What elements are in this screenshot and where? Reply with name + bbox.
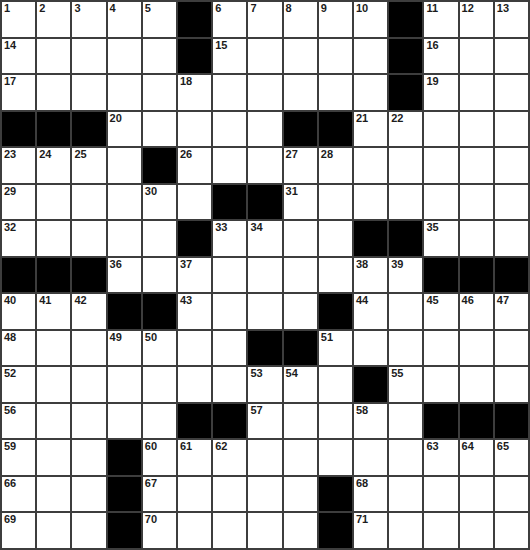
- black-square: [72, 112, 105, 147]
- black-square: [143, 294, 176, 329]
- grid-cell-r6c6[interactable]: [178, 185, 211, 220]
- clue-number: 47: [497, 294, 509, 307]
- grid-cell-r11c12[interactable]: 55: [389, 367, 422, 402]
- grid-cell-r7c15[interactable]: [495, 221, 528, 256]
- clue-number: 52: [4, 367, 16, 380]
- grid-cell-r9c8[interactable]: [248, 294, 281, 329]
- grid-cell-r4c12[interactable]: 22: [389, 112, 422, 147]
- clue-number: 13: [497, 2, 509, 15]
- black-square: [460, 258, 493, 293]
- black-square: [389, 221, 422, 256]
- grid-cell-r12c3[interactable]: [72, 404, 105, 439]
- black-square: [248, 331, 281, 366]
- grid-cell-r3c14[interactable]: [460, 75, 493, 110]
- grid-cell-r7c8[interactable]: 34: [248, 221, 281, 256]
- grid-cell-r12c9[interactable]: [284, 404, 317, 439]
- clue-number: 26: [180, 148, 192, 161]
- clue-number: 2: [39, 2, 45, 15]
- grid-cell-r10c11[interactable]: [354, 331, 387, 366]
- black-square: [389, 75, 422, 110]
- grid-cell-r9c14[interactable]: 46: [460, 294, 493, 329]
- black-square: [108, 294, 141, 329]
- clue-number: 46: [462, 294, 474, 307]
- grid-cell-r10c2[interactable]: [37, 331, 70, 366]
- clue-number: 14: [4, 39, 16, 52]
- black-square: [72, 258, 105, 293]
- clue-number: 53: [250, 367, 262, 380]
- black-square: [37, 258, 70, 293]
- grid-cell-r13c12[interactable]: [389, 440, 422, 475]
- grid-cell-r3c10[interactable]: [319, 75, 352, 110]
- clue-number: 18: [180, 75, 192, 88]
- grid-cell-r10c4[interactable]: 49: [108, 331, 141, 366]
- clue-number: 32: [4, 221, 16, 234]
- clue-number: 59: [4, 440, 16, 453]
- grid-cell-r5c6[interactable]: 26: [178, 148, 211, 183]
- black-square: [178, 221, 211, 256]
- grid-cell-r6c11[interactable]: [354, 185, 387, 220]
- grid-cell-r15c13[interactable]: [424, 513, 457, 548]
- grid-cell-r11c1[interactable]: 52: [2, 367, 35, 402]
- black-square: [178, 2, 211, 37]
- clue-number: 71: [356, 513, 368, 526]
- grid-cell-r9c12[interactable]: [389, 294, 422, 329]
- grid-cell-r15c2[interactable]: [37, 513, 70, 548]
- clue-number: 64: [462, 440, 474, 453]
- black-square: [213, 185, 246, 220]
- grid-cell-r10c6[interactable]: [178, 331, 211, 366]
- clue-number: 31: [286, 185, 298, 198]
- grid-cell-r14c3[interactable]: [72, 477, 105, 512]
- clue-number: 40: [4, 294, 16, 307]
- grid-cell-r11c5[interactable]: [143, 367, 176, 402]
- grid-cell-r8c9[interactable]: [284, 258, 317, 293]
- clue-number: 29: [4, 185, 16, 198]
- grid-cell-r11c3[interactable]: [72, 367, 105, 402]
- grid-cell-r15c3[interactable]: [72, 513, 105, 548]
- grid-cell-r6c5[interactable]: 30: [143, 185, 176, 220]
- grid-cell-r1c8[interactable]: 7: [248, 2, 281, 37]
- grid-cell-r9c6[interactable]: 43: [178, 294, 211, 329]
- grid-cell-r10c1[interactable]: 48: [2, 331, 35, 366]
- grid-cell-r9c9[interactable]: [284, 294, 317, 329]
- grid-cell-r8c8[interactable]: [248, 258, 281, 293]
- clue-number: 28: [321, 148, 333, 161]
- clue-number: 1: [4, 2, 10, 15]
- clue-number: 60: [145, 440, 157, 453]
- clue-number: 23: [4, 148, 16, 161]
- grid-cell-r10c10[interactable]: 51: [319, 331, 352, 366]
- grid-cell-r15c8[interactable]: [248, 513, 281, 548]
- clue-number: 6: [215, 2, 221, 15]
- grid-cell-r15c6[interactable]: [178, 513, 211, 548]
- clue-number: 38: [356, 258, 368, 271]
- grid-cell-r14c13[interactable]: [424, 477, 457, 512]
- clue-number: 19: [426, 75, 438, 88]
- grid-cell-r13c10[interactable]: [319, 440, 352, 475]
- grid-cell-r5c12[interactable]: [389, 148, 422, 183]
- grid-cell-r6c10[interactable]: [319, 185, 352, 220]
- black-square: [248, 185, 281, 220]
- clue-number: 50: [145, 331, 157, 344]
- grid-cell-r3c11[interactable]: [354, 75, 387, 110]
- grid-cell-r2c1[interactable]: 14: [2, 39, 35, 74]
- grid-cell-r5c11[interactable]: [354, 148, 387, 183]
- grid-cell-r15c14[interactable]: [460, 513, 493, 548]
- grid-cell-r4c15[interactable]: [495, 112, 528, 147]
- clue-number: 41: [39, 294, 51, 307]
- grid-cell-r5c2[interactable]: 24: [37, 148, 70, 183]
- grid-cell-r6c9[interactable]: 31: [284, 185, 317, 220]
- black-square: [108, 477, 141, 512]
- black-square: [319, 513, 352, 548]
- grid-cell-r6c2[interactable]: [37, 185, 70, 220]
- grid-cell-r1c7[interactable]: 6: [213, 2, 246, 37]
- clue-number: 44: [356, 294, 368, 307]
- grid-cell-r13c15[interactable]: 65: [495, 440, 528, 475]
- black-square: [319, 294, 352, 329]
- black-square: [213, 404, 246, 439]
- clue-number: 45: [426, 294, 438, 307]
- grid-cell-r12c1[interactable]: 56: [2, 404, 35, 439]
- grid-cell-r14c1[interactable]: 66: [2, 477, 35, 512]
- black-square: [495, 404, 528, 439]
- grid-cell-r5c8[interactable]: [248, 148, 281, 183]
- clue-number: 8: [286, 2, 292, 15]
- grid-cell-r7c14[interactable]: [460, 221, 493, 256]
- grid-cell-r6c13[interactable]: [424, 185, 457, 220]
- clue-number: 4: [110, 2, 116, 15]
- grid-cell-r2c14[interactable]: [460, 39, 493, 74]
- clue-number: 51: [321, 331, 333, 344]
- grid-cell-r7c2[interactable]: [37, 221, 70, 256]
- grid-cell-r7c4[interactable]: [108, 221, 141, 256]
- grid-cell-r15c1[interactable]: 69: [2, 513, 35, 548]
- black-square: [389, 2, 422, 37]
- grid-cell-r13c13[interactable]: 63: [424, 440, 457, 475]
- clue-number: 30: [145, 185, 157, 198]
- clue-number: 20: [110, 112, 122, 125]
- grid-cell-r5c7[interactable]: [213, 148, 246, 183]
- grid-cell-r13c7[interactable]: 62: [213, 440, 246, 475]
- grid-cell-r11c14[interactable]: [460, 367, 493, 402]
- grid-cell-r9c11[interactable]: 44: [354, 294, 387, 329]
- grid-cell-r5c13[interactable]: [424, 148, 457, 183]
- grid-cell-r1c11[interactable]: 10: [354, 2, 387, 37]
- grid-cell-r11c2[interactable]: [37, 367, 70, 402]
- grid-cell-r2c8[interactable]: [248, 39, 281, 74]
- clue-number: 56: [4, 404, 16, 417]
- grid-cell-r10c3[interactable]: [72, 331, 105, 366]
- grid-cell-r14c8[interactable]: [248, 477, 281, 512]
- grid-cell-r3c7[interactable]: [213, 75, 246, 110]
- grid-cell-r12c8[interactable]: 57: [248, 404, 281, 439]
- grid-cell-r2c2[interactable]: [37, 39, 70, 74]
- grid-cell-r9c15[interactable]: 47: [495, 294, 528, 329]
- clue-number: 7: [250, 2, 256, 15]
- grid-cell-r14c14[interactable]: [460, 477, 493, 512]
- grid-cell-r12c11[interactable]: 58: [354, 404, 387, 439]
- black-square: [354, 221, 387, 256]
- clue-number: 42: [74, 294, 86, 307]
- clue-number: 65: [497, 440, 509, 453]
- grid-cell-r13c3[interactable]: [72, 440, 105, 475]
- clue-number: 43: [180, 294, 192, 307]
- grid-cell-r15c7[interactable]: [213, 513, 246, 548]
- black-square: [108, 513, 141, 548]
- clue-number: 67: [145, 477, 157, 490]
- clue-number: 35: [426, 221, 438, 234]
- grid-cell-r1c3[interactable]: 3: [72, 2, 105, 37]
- grid-cell-r3c5[interactable]: [143, 75, 176, 110]
- grid-cell-r3c2[interactable]: [37, 75, 70, 110]
- grid-cell-r1c4[interactable]: 4: [108, 2, 141, 37]
- clue-number: 49: [110, 331, 122, 344]
- black-square: [319, 477, 352, 512]
- grid-cell-r8c11[interactable]: 38: [354, 258, 387, 293]
- grid-cell-r2c11[interactable]: [354, 39, 387, 74]
- black-square: [424, 404, 457, 439]
- grid-cell-r8c6[interactable]: 37: [178, 258, 211, 293]
- grid-cell-r2c15[interactable]: [495, 39, 528, 74]
- grid-cell-r11c10[interactable]: [319, 367, 352, 402]
- grid-cell-r1c10[interactable]: 9: [319, 2, 352, 37]
- black-square: [178, 404, 211, 439]
- grid-cell-r3c9[interactable]: [284, 75, 317, 110]
- clue-number: 33: [215, 221, 227, 234]
- clue-number: 21: [356, 112, 368, 125]
- clue-number: 69: [4, 513, 16, 526]
- clue-number: 55: [391, 367, 403, 380]
- clue-number: 27: [286, 148, 298, 161]
- grid-cell-r7c5[interactable]: [143, 221, 176, 256]
- grid-cell-r11c7[interactable]: [213, 367, 246, 402]
- crossword-board: 1234567891011121314151617181920212223242…: [0, 0, 530, 550]
- grid-cell-r3c3[interactable]: [72, 75, 105, 110]
- grid-cell-r11c13[interactable]: [424, 367, 457, 402]
- grid-cell-r3c1[interactable]: 17: [2, 75, 35, 110]
- grid-cell-r4c13[interactable]: [424, 112, 457, 147]
- grid-cell-r1c2[interactable]: 2: [37, 2, 70, 37]
- grid-cell-r1c14[interactable]: 12: [460, 2, 493, 37]
- grid-cell-r6c4[interactable]: [108, 185, 141, 220]
- grid-cell-r15c11[interactable]: 71: [354, 513, 387, 548]
- grid-cell-r11c6[interactable]: [178, 367, 211, 402]
- grid-cell-r9c7[interactable]: [213, 294, 246, 329]
- clue-number: 62: [215, 440, 227, 453]
- grid-cell-r11c9[interactable]: 54: [284, 367, 317, 402]
- clue-number: 3: [74, 2, 80, 15]
- clue-number: 12: [462, 2, 474, 15]
- grid-cell-r5c9[interactable]: 27: [284, 148, 317, 183]
- clue-number: 68: [356, 477, 368, 490]
- grid-cell-r15c9[interactable]: [284, 513, 317, 548]
- clue-number: 25: [74, 148, 86, 161]
- grid-cell-r13c9[interactable]: [284, 440, 317, 475]
- grid-cell-r6c3[interactable]: [72, 185, 105, 220]
- black-square: [354, 367, 387, 402]
- grid-cell-r14c7[interactable]: [213, 477, 246, 512]
- grid-cell-r13c11[interactable]: [354, 440, 387, 475]
- grid-cell-r12c5[interactable]: [143, 404, 176, 439]
- grid-cell-r8c12[interactable]: 39: [389, 258, 422, 293]
- grid-cell-r6c1[interactable]: 29: [2, 185, 35, 220]
- grid-cell-r12c2[interactable]: [37, 404, 70, 439]
- grid-cell-r14c9[interactable]: [284, 477, 317, 512]
- grid-cell-r13c1[interactable]: 59: [2, 440, 35, 475]
- grid-cell-r14c2[interactable]: [37, 477, 70, 512]
- clue-number: 9: [321, 2, 327, 15]
- grid-cell-r7c13[interactable]: 35: [424, 221, 457, 256]
- grid-cell-r9c1[interactable]: 40: [2, 294, 35, 329]
- clue-number: 58: [356, 404, 368, 417]
- clue-number: 10: [356, 2, 368, 15]
- grid-cell-r15c5[interactable]: 70: [143, 513, 176, 548]
- black-square: [37, 112, 70, 147]
- grid-cell-r10c15[interactable]: [495, 331, 528, 366]
- grid-cell-r10c13[interactable]: [424, 331, 457, 366]
- black-square: [108, 440, 141, 475]
- grid-cell-r4c6[interactable]: [178, 112, 211, 147]
- grid-cell-r7c7[interactable]: 33: [213, 221, 246, 256]
- clue-number: 61: [180, 440, 192, 453]
- grid-cell-r4c8[interactable]: [248, 112, 281, 147]
- clue-number: 24: [39, 148, 51, 161]
- black-square: [2, 258, 35, 293]
- black-square: [143, 148, 176, 183]
- clue-number: 11: [426, 2, 438, 15]
- grid-cell-r3c6[interactable]: 18: [178, 75, 211, 110]
- black-square: [178, 39, 211, 74]
- black-square: [284, 112, 317, 147]
- grid-cell-r8c10[interactable]: [319, 258, 352, 293]
- grid-cell-r8c7[interactable]: [213, 258, 246, 293]
- grid-cell-r12c12[interactable]: [389, 404, 422, 439]
- grid-cell-r7c9[interactable]: [284, 221, 317, 256]
- grid-cell-r14c15[interactable]: [495, 477, 528, 512]
- clue-number: 39: [391, 258, 403, 271]
- grid-cell-r5c14[interactable]: [460, 148, 493, 183]
- grid-cell-r6c15[interactable]: [495, 185, 528, 220]
- black-square: [2, 112, 35, 147]
- grid-cell-r13c8[interactable]: [248, 440, 281, 475]
- grid-cell-r13c14[interactable]: 64: [460, 440, 493, 475]
- grid-cell-r8c5[interactable]: [143, 258, 176, 293]
- grid-cell-r11c4[interactable]: [108, 367, 141, 402]
- grid-cell-r12c10[interactable]: [319, 404, 352, 439]
- clue-number: 17: [4, 75, 16, 88]
- grid-cell-r10c7[interactable]: [213, 331, 246, 366]
- grid-cell-r9c13[interactable]: 45: [424, 294, 457, 329]
- grid-cell-r10c14[interactable]: [460, 331, 493, 366]
- grid-cell-r13c5[interactable]: 60: [143, 440, 176, 475]
- grid-cell-r3c13[interactable]: 19: [424, 75, 457, 110]
- grid-cell-r13c2[interactable]: [37, 440, 70, 475]
- grid-cell-r2c5[interactable]: [143, 39, 176, 74]
- grid-cell-r1c9[interactable]: 8: [284, 2, 317, 37]
- clue-number: 15: [215, 39, 227, 52]
- clue-number: 36: [110, 258, 122, 271]
- grid-cell-r2c9[interactable]: [284, 39, 317, 74]
- grid-cell-r9c3[interactable]: 42: [72, 294, 105, 329]
- grid-cell-r4c14[interactable]: [460, 112, 493, 147]
- grid-cell-r4c7[interactable]: [213, 112, 246, 147]
- grid-cell-r2c7[interactable]: 15: [213, 39, 246, 74]
- clue-number: 34: [250, 221, 262, 234]
- clue-number: 5: [145, 2, 151, 15]
- grid-cell-r14c12[interactable]: [389, 477, 422, 512]
- grid-cell-r1c5[interactable]: 5: [143, 2, 176, 37]
- grid-cell-r3c8[interactable]: [248, 75, 281, 110]
- grid-cell-r2c3[interactable]: [72, 39, 105, 74]
- grid-cell-r4c4[interactable]: 20: [108, 112, 141, 147]
- black-square: [389, 39, 422, 74]
- clue-number: 16: [426, 39, 438, 52]
- grid-cell-r6c12[interactable]: [389, 185, 422, 220]
- clue-number: 70: [145, 513, 157, 526]
- grid-cell-r5c15[interactable]: [495, 148, 528, 183]
- clue-number: 54: [286, 367, 298, 380]
- grid-cell-r7c1[interactable]: 32: [2, 221, 35, 256]
- grid-cell-r7c10[interactable]: [319, 221, 352, 256]
- grid-cell-r15c12[interactable]: [389, 513, 422, 548]
- clue-number: 48: [4, 331, 16, 344]
- grid-cell-r14c11[interactable]: 68: [354, 477, 387, 512]
- grid-cell-r5c3[interactable]: 25: [72, 148, 105, 183]
- grid-cell-r3c15[interactable]: [495, 75, 528, 110]
- clue-number: 63: [426, 440, 438, 453]
- grid-cell-r2c13[interactable]: 16: [424, 39, 457, 74]
- clue-number: 22: [391, 112, 403, 125]
- grid-cell-r1c1[interactable]: 1: [2, 2, 35, 37]
- black-square: [319, 112, 352, 147]
- grid-cell-r12c4[interactable]: [108, 404, 141, 439]
- black-square: [424, 258, 457, 293]
- grid-cell-r10c12[interactable]: [389, 331, 422, 366]
- grid-cell-r8c4[interactable]: 36: [108, 258, 141, 293]
- grid-cell-r13c6[interactable]: 61: [178, 440, 211, 475]
- grid-cell-r2c10[interactable]: [319, 39, 352, 74]
- grid-cell-r2c4[interactable]: [108, 39, 141, 74]
- grid-cell-r9c2[interactable]: 41: [37, 294, 70, 329]
- grid-cell-r7c3[interactable]: [72, 221, 105, 256]
- black-square: [495, 258, 528, 293]
- grid-cell-r4c11[interactable]: 21: [354, 112, 387, 147]
- grid-cell-r1c15[interactable]: 13: [495, 2, 528, 37]
- grid-cell-r3c4[interactable]: [108, 75, 141, 110]
- grid-cell-r5c4[interactable]: [108, 148, 141, 183]
- grid-cell-r6c14[interactable]: [460, 185, 493, 220]
- black-square: [460, 404, 493, 439]
- grid-cell-r5c1[interactable]: 23: [2, 148, 35, 183]
- black-square: [284, 331, 317, 366]
- grid-cell-r11c15[interactable]: [495, 367, 528, 402]
- grid-cell-r15c15[interactable]: [495, 513, 528, 548]
- grid-cell-r5c10[interactable]: 28: [319, 148, 352, 183]
- grid-cell-r14c6[interactable]: [178, 477, 211, 512]
- grid-cell-r4c5[interactable]: [143, 112, 176, 147]
- clue-number: 57: [250, 404, 262, 417]
- grid-cell-r14c5[interactable]: 67: [143, 477, 176, 512]
- grid-cell-r1c13[interactable]: 11: [424, 2, 457, 37]
- clue-number: 37: [180, 258, 192, 271]
- clue-number: 66: [4, 477, 16, 490]
- grid-cell-r11c8[interactable]: 53: [248, 367, 281, 402]
- grid-cell-r10c5[interactable]: 50: [143, 331, 176, 366]
